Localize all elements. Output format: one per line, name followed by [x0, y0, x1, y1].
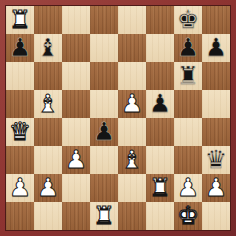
square-a3[interactable] — [6, 146, 34, 174]
square-e4[interactable] — [118, 118, 146, 146]
square-g7[interactable]: ♟ — [174, 34, 202, 62]
piece-black-king: ♚ — [177, 6, 199, 34]
square-h2[interactable]: ♟ — [202, 174, 230, 202]
square-h8[interactable] — [202, 6, 230, 34]
square-c7[interactable] — [62, 34, 90, 62]
piece-black-bishop: ♝ — [37, 34, 59, 62]
board-frame: ♜♚♟♝♟♟♜♝♟♟♛♟♟♝♛♟♟♜♟♟♜♚ — [0, 0, 236, 236]
square-h6[interactable] — [202, 62, 230, 90]
square-c2[interactable] — [62, 174, 90, 202]
square-f8[interactable] — [146, 6, 174, 34]
square-c5[interactable] — [62, 90, 90, 118]
square-e7[interactable] — [118, 34, 146, 62]
square-d3[interactable] — [90, 146, 118, 174]
square-e2[interactable] — [118, 174, 146, 202]
square-b6[interactable] — [34, 62, 62, 90]
square-c3[interactable]: ♟ — [62, 146, 90, 174]
piece-white-bishop: ♝ — [121, 146, 143, 174]
square-b5[interactable]: ♝ — [34, 90, 62, 118]
square-b7[interactable]: ♝ — [34, 34, 62, 62]
square-d2[interactable] — [90, 174, 118, 202]
square-f7[interactable] — [146, 34, 174, 62]
piece-white-rook: ♜ — [9, 6, 31, 34]
square-d4[interactable]: ♟ — [90, 118, 118, 146]
square-c1[interactable] — [62, 202, 90, 230]
square-g6[interactable]: ♜ — [174, 62, 202, 90]
piece-white-pawn: ♟ — [9, 174, 31, 202]
square-c8[interactable] — [62, 6, 90, 34]
piece-white-rook: ♜ — [149, 174, 171, 202]
square-a6[interactable] — [6, 62, 34, 90]
square-a1[interactable] — [6, 202, 34, 230]
square-h5[interactable] — [202, 90, 230, 118]
square-a2[interactable]: ♟ — [6, 174, 34, 202]
square-f5[interactable]: ♟ — [146, 90, 174, 118]
square-e6[interactable] — [118, 62, 146, 90]
piece-white-pawn: ♟ — [205, 174, 227, 202]
square-h7[interactable]: ♟ — [202, 34, 230, 62]
square-d7[interactable] — [90, 34, 118, 62]
square-f3[interactable] — [146, 146, 174, 174]
piece-white-queen: ♛ — [9, 118, 31, 146]
square-h3[interactable]: ♛ — [202, 146, 230, 174]
square-f6[interactable] — [146, 62, 174, 90]
square-b8[interactable] — [34, 6, 62, 34]
square-d6[interactable] — [90, 62, 118, 90]
piece-black-pawn: ♟ — [93, 118, 115, 146]
square-f1[interactable] — [146, 202, 174, 230]
square-e5[interactable]: ♟ — [118, 90, 146, 118]
square-f4[interactable] — [146, 118, 174, 146]
square-b1[interactable] — [34, 202, 62, 230]
square-h1[interactable] — [202, 202, 230, 230]
piece-white-pawn: ♟ — [65, 146, 87, 174]
square-h4[interactable] — [202, 118, 230, 146]
square-b3[interactable] — [34, 146, 62, 174]
square-d1[interactable]: ♜ — [90, 202, 118, 230]
square-g3[interactable] — [174, 146, 202, 174]
piece-white-pawn: ♟ — [121, 90, 143, 118]
square-e3[interactable]: ♝ — [118, 146, 146, 174]
piece-black-pawn: ♟ — [205, 34, 227, 62]
piece-white-bishop: ♝ — [37, 90, 59, 118]
piece-black-pawn: ♟ — [9, 34, 31, 62]
piece-white-rook: ♜ — [93, 202, 115, 230]
piece-black-rook: ♜ — [177, 62, 199, 90]
square-a4[interactable]: ♛ — [6, 118, 34, 146]
square-g5[interactable] — [174, 90, 202, 118]
square-c6[interactable] — [62, 62, 90, 90]
square-g2[interactable]: ♟ — [174, 174, 202, 202]
square-e8[interactable] — [118, 6, 146, 34]
square-a7[interactable]: ♟ — [6, 34, 34, 62]
piece-black-pawn: ♟ — [149, 90, 171, 118]
square-a8[interactable]: ♜ — [6, 6, 34, 34]
square-b4[interactable] — [34, 118, 62, 146]
chess-board: ♜♚♟♝♟♟♜♝♟♟♛♟♟♝♛♟♟♜♟♟♜♚ — [6, 6, 230, 230]
square-g8[interactable]: ♚ — [174, 6, 202, 34]
square-f2[interactable]: ♜ — [146, 174, 174, 202]
square-g4[interactable] — [174, 118, 202, 146]
square-d8[interactable] — [90, 6, 118, 34]
square-d5[interactable] — [90, 90, 118, 118]
piece-black-queen: ♛ — [205, 146, 227, 174]
piece-white-pawn: ♟ — [177, 174, 199, 202]
piece-white-pawn: ♟ — [37, 174, 59, 202]
square-a5[interactable] — [6, 90, 34, 118]
piece-black-pawn: ♟ — [177, 34, 199, 62]
square-g1[interactable]: ♚ — [174, 202, 202, 230]
square-c4[interactable] — [62, 118, 90, 146]
piece-white-king: ♚ — [177, 202, 199, 230]
square-e1[interactable] — [118, 202, 146, 230]
square-b2[interactable]: ♟ — [34, 174, 62, 202]
